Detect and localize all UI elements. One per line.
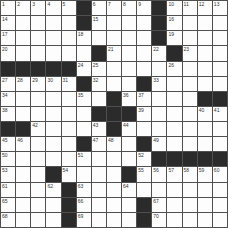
clue-number: 63: [78, 183, 84, 189]
cell-r12c15[interactable]: 60: [213, 167, 227, 181]
cell-r11c7[interactable]: [92, 152, 106, 166]
cell-r1c2[interactable]: 2: [16, 1, 30, 15]
cell-r9c13[interactable]: [183, 122, 197, 136]
cell-r15c11[interactable]: 70: [152, 213, 166, 227]
cell-r4c3[interactable]: [31, 46, 45, 60]
clue-number: 8: [123, 1, 126, 7]
cell-r5c15[interactable]: [213, 62, 227, 76]
clue-number: 21: [108, 46, 114, 52]
cell-r3c14[interactable]: [198, 31, 212, 45]
cell-r6c12[interactable]: [167, 77, 181, 91]
clue-number: 16: [168, 16, 174, 22]
clue-number: 2: [17, 1, 20, 7]
black-square-r9c1: [1, 122, 15, 136]
cell-r2c5[interactable]: [62, 16, 76, 30]
cell-r4c14[interactable]: [198, 46, 212, 60]
cell-r9c14[interactable]: [198, 122, 212, 136]
clue-number: 30: [47, 77, 53, 83]
cell-r4c15[interactable]: [213, 46, 227, 60]
cell-r13c10[interactable]: [137, 183, 151, 197]
cell-r9c5[interactable]: [62, 122, 76, 136]
black-square-r7c14: [198, 92, 212, 106]
black-square-r11c14: [198, 152, 212, 166]
cell-r8c10[interactable]: 39: [137, 107, 151, 121]
clue-number: 70: [153, 213, 159, 219]
cell-r15c7[interactable]: [92, 213, 106, 227]
cell-r13c14[interactable]: [198, 183, 212, 197]
cell-r15c9[interactable]: [122, 213, 136, 227]
cell-r12c1[interactable]: 53: [1, 167, 15, 181]
cell-r6c13[interactable]: [183, 77, 197, 91]
cell-r2c2[interactable]: [16, 16, 30, 30]
black-square-r14c5: [62, 198, 76, 212]
clue-number: 57: [168, 167, 174, 173]
cell-r11c8[interactable]: [107, 152, 121, 166]
cell-r5c13[interactable]: [183, 62, 197, 76]
cell-r13c15[interactable]: [213, 183, 227, 197]
cell-r3c7[interactable]: [92, 31, 106, 45]
cell-r1c3[interactable]: 3: [31, 1, 45, 15]
clue-number: 1: [2, 1, 5, 7]
cell-r3c10[interactable]: [137, 31, 151, 45]
black-square-r9c8: [107, 122, 121, 136]
cell-r14c9[interactable]: [122, 198, 136, 212]
clue-number: 49: [153, 137, 159, 143]
cell-r10c3[interactable]: [31, 137, 45, 151]
cell-r7c7[interactable]: [92, 92, 106, 106]
cell-r8c11[interactable]: [152, 107, 166, 121]
clue-number: 52: [138, 152, 144, 158]
cell-r10c13[interactable]: [183, 137, 197, 151]
clue-number: 46: [17, 137, 23, 143]
clue-number: 55: [138, 167, 144, 173]
cell-r9c4[interactable]: [46, 122, 60, 136]
cell-r10c4[interactable]: [46, 137, 60, 151]
black-square-r13c5: [62, 183, 76, 197]
black-square-r12c9: [122, 167, 136, 181]
cell-r10c7[interactable]: 47: [92, 137, 106, 151]
cell-r15c6[interactable]: 69: [77, 213, 91, 227]
black-square-r10c10: [137, 137, 151, 151]
cell-r10c8[interactable]: 48: [107, 137, 121, 151]
cell-r3c4[interactable]: [46, 31, 60, 45]
black-square-r1c6: [77, 1, 91, 15]
cell-r14c11[interactable]: 67: [152, 198, 166, 212]
cell-r7c9[interactable]: 36: [122, 92, 136, 106]
cell-r7c10[interactable]: 37: [137, 92, 151, 106]
clue-number: 15: [93, 16, 99, 22]
clue-number: 26: [168, 62, 174, 68]
cell-r3c5[interactable]: [62, 31, 76, 45]
clue-number: 4: [47, 1, 50, 7]
cell-r2c1[interactable]: 14: [1, 16, 15, 30]
cell-r7c1[interactable]: 34: [1, 92, 15, 106]
clue-number: 53: [2, 167, 8, 173]
cell-r14c1[interactable]: 65: [1, 198, 15, 212]
black-square-r9c2: [16, 122, 30, 136]
cell-r1c10[interactable]: 9: [137, 1, 151, 15]
cell-r3c9[interactable]: [122, 31, 136, 45]
cell-r9c10[interactable]: [137, 122, 151, 136]
cell-r6c7[interactable]: 32: [92, 77, 106, 91]
clue-number: 13: [214, 1, 220, 7]
cell-r9c7[interactable]: 43: [92, 122, 106, 136]
clue-number: 37: [138, 92, 144, 98]
cell-r15c3[interactable]: [31, 213, 45, 227]
cell-r11c6[interactable]: 51: [77, 152, 91, 166]
cell-r14c15[interactable]: [213, 198, 227, 212]
cell-r7c11[interactable]: [152, 92, 166, 106]
cell-r4c11[interactable]: 22: [152, 46, 166, 60]
cell-r14c4[interactable]: [46, 198, 60, 212]
clue-number: 6: [93, 1, 96, 7]
cell-r13c3[interactable]: [31, 183, 45, 197]
cell-r11c9[interactable]: [122, 152, 136, 166]
clue-number: 22: [153, 46, 159, 52]
cell-r3c15[interactable]: [213, 31, 227, 45]
black-square-r8c7: [92, 107, 106, 121]
cell-r8c12[interactable]: [167, 107, 181, 121]
cell-r13c4[interactable]: 62: [46, 183, 60, 197]
clue-number: 59: [199, 167, 205, 173]
cell-r13c13[interactable]: [183, 183, 197, 197]
black-square-r11c12: [167, 152, 181, 166]
cell-r10c15[interactable]: [213, 137, 227, 151]
clue-number: 28: [17, 77, 23, 83]
cell-r3c8[interactable]: [107, 31, 121, 45]
cell-r2c8[interactable]: [107, 16, 121, 30]
black-square-r15c10: [137, 213, 151, 227]
clue-number: 48: [108, 137, 114, 143]
clue-number: 23: [184, 46, 190, 52]
cell-r4c1[interactable]: 20: [1, 46, 15, 60]
cell-r7c2[interactable]: [16, 92, 30, 106]
clue-number: 69: [78, 213, 84, 219]
cell-r11c5[interactable]: [62, 152, 76, 166]
clue-number: 12: [199, 1, 205, 7]
cell-r10c14[interactable]: [198, 137, 212, 151]
cell-r2c9[interactable]: [122, 16, 136, 30]
black-square-r7c15: [213, 92, 227, 106]
clue-number: 62: [47, 183, 53, 189]
clue-number: 27: [2, 77, 8, 83]
cell-r5c9[interactable]: [122, 62, 136, 76]
cell-r8c1[interactable]: 38: [1, 107, 15, 121]
cell-r10c5[interactable]: [62, 137, 76, 151]
cell-r5c7[interactable]: 25: [92, 62, 106, 76]
cell-r9c12[interactable]: [167, 122, 181, 136]
cell-r7c13[interactable]: [183, 92, 197, 106]
clue-number: 61: [2, 183, 8, 189]
cell-r3c1[interactable]: 17: [1, 31, 15, 45]
clue-number: 18: [78, 31, 84, 37]
cell-r8c3[interactable]: [31, 107, 45, 121]
black-square-r4c12: [167, 46, 181, 60]
black-square-r2c11: [152, 16, 166, 30]
cell-r10c2[interactable]: 46: [16, 137, 30, 151]
cell-r7c4[interactable]: [46, 92, 60, 106]
cell-r12c8[interactable]: [107, 167, 121, 181]
cell-r6c4[interactable]: 30: [46, 77, 60, 91]
clue-number: 10: [168, 1, 174, 7]
clue-number: 66: [78, 198, 84, 204]
clue-number: 47: [93, 137, 99, 143]
cell-r15c15[interactable]: [213, 213, 227, 227]
cell-r15c12[interactable]: [167, 213, 181, 227]
cell-r6c5[interactable]: 31: [62, 77, 76, 91]
black-square-r5c1: [1, 62, 15, 76]
clue-number: 11: [184, 1, 189, 7]
cell-r3c13[interactable]: [183, 31, 197, 45]
cell-r12c3[interactable]: [31, 167, 45, 181]
cell-r10c12[interactable]: [167, 137, 181, 151]
clue-number: 17: [2, 31, 8, 37]
clue-number: 9: [138, 1, 141, 7]
black-square-r10c6: [77, 137, 91, 151]
cell-r8c15[interactable]: 41: [213, 107, 227, 121]
black-square-r11c11: [152, 152, 166, 166]
clue-number: 5: [63, 1, 66, 7]
cell-r9c3[interactable]: 42: [31, 122, 45, 136]
cell-r15c13[interactable]: [183, 213, 197, 227]
cell-r8c14[interactable]: 40: [198, 107, 212, 121]
cell-r6c11[interactable]: 33: [152, 77, 166, 91]
cell-r1c14[interactable]: 12: [198, 1, 212, 15]
cell-r13c9[interactable]: 64: [122, 183, 136, 197]
cell-r2c15[interactable]: [213, 16, 227, 30]
clue-number: 36: [123, 92, 129, 98]
cell-r13c1[interactable]: 61: [1, 183, 15, 197]
black-square-r6c10: [137, 77, 151, 91]
black-square-r3c11: [152, 31, 166, 45]
black-square-r6c6: [77, 77, 91, 91]
cell-r7c12[interactable]: [167, 92, 181, 106]
cell-r11c1[interactable]: 50: [1, 152, 15, 166]
cell-r1c4[interactable]: 4: [46, 1, 60, 15]
black-square-r11c13: [183, 152, 197, 166]
cell-r7c3[interactable]: [31, 92, 45, 106]
cell-r10c1[interactable]: 45: [1, 137, 15, 151]
cell-r8c4[interactable]: [46, 107, 60, 121]
cell-r6c3[interactable]: 29: [31, 77, 45, 91]
cell-r2c14[interactable]: [198, 16, 212, 30]
cell-r9c9[interactable]: 44: [122, 122, 136, 136]
black-square-r4c7: [92, 46, 106, 60]
cell-r8c6[interactable]: [77, 107, 91, 121]
cell-r3c6[interactable]: 18: [77, 31, 91, 45]
cell-r14c13[interactable]: [183, 198, 197, 212]
clue-number: 64: [123, 183, 129, 189]
black-square-r15c5: [62, 213, 76, 227]
clue-number: 25: [93, 62, 99, 68]
cell-r9c11[interactable]: [152, 122, 166, 136]
black-square-r12c4: [46, 167, 60, 181]
cell-r5c10[interactable]: [137, 62, 151, 76]
cell-r14c3[interactable]: [31, 198, 45, 212]
cell-r13c7[interactable]: [92, 183, 106, 197]
clue-number: 56: [153, 167, 159, 173]
cell-r14c2[interactable]: [16, 198, 30, 212]
cell-r15c4[interactable]: [46, 213, 60, 227]
cell-r14c6[interactable]: 66: [77, 198, 91, 212]
cell-r13c6[interactable]: 63: [77, 183, 91, 197]
cell-r4c8[interactable]: 21: [107, 46, 121, 60]
black-square-r8c9: [122, 107, 136, 121]
cell-r12c14[interactable]: 59: [198, 167, 212, 181]
cell-r8c13[interactable]: [183, 107, 197, 121]
cell-r6c8[interactable]: [107, 77, 121, 91]
clue-number: 43: [93, 122, 99, 128]
clue-number: 50: [2, 152, 8, 158]
cell-r4c9[interactable]: [122, 46, 136, 60]
cell-r10c9[interactable]: [122, 137, 136, 151]
cell-r6c9[interactable]: [122, 77, 136, 91]
cell-r4c13[interactable]: 23: [183, 46, 197, 60]
cell-r11c10[interactable]: 52: [137, 152, 151, 166]
cell-r4c4[interactable]: [46, 46, 60, 60]
cell-r1c9[interactable]: 8: [122, 1, 136, 15]
clue-number: 24: [78, 62, 84, 68]
cell-r11c4[interactable]: [46, 152, 60, 166]
cell-r2c4[interactable]: [46, 16, 60, 30]
cell-r3c2[interactable]: [16, 31, 30, 45]
cell-r7c5[interactable]: [62, 92, 76, 106]
cell-r14c14[interactable]: [198, 198, 212, 212]
black-square-r5c5: [62, 62, 76, 76]
cell-r8c2[interactable]: [16, 107, 30, 121]
cell-r15c8[interactable]: [107, 213, 121, 227]
cell-r5c11[interactable]: [152, 62, 166, 76]
black-square-r11c15: [213, 152, 227, 166]
black-square-r5c4: [46, 62, 60, 76]
cell-r14c7[interactable]: [92, 198, 106, 212]
cell-r2c3[interactable]: [31, 16, 45, 30]
clue-number: 38: [2, 107, 8, 113]
cell-r12c11[interactable]: 56: [152, 167, 166, 181]
cell-r9c6[interactable]: [77, 122, 91, 136]
cell-r2c13[interactable]: [183, 16, 197, 30]
cell-r6c2[interactable]: 28: [16, 77, 30, 91]
cell-r4c2[interactable]: [16, 46, 30, 60]
cell-r5c6[interactable]: 24: [77, 62, 91, 76]
cell-r15c1[interactable]: 68: [1, 213, 15, 227]
cell-r1c15[interactable]: 13: [213, 1, 227, 15]
clue-number: 31: [63, 77, 69, 83]
cell-r10c11[interactable]: 49: [152, 137, 166, 151]
cell-r6c14[interactable]: [198, 77, 212, 91]
cell-r4c6[interactable]: [77, 46, 91, 60]
cell-r4c10[interactable]: [137, 46, 151, 60]
clue-number: 44: [123, 122, 129, 128]
cell-r5c8[interactable]: [107, 62, 121, 76]
clue-number: 41: [214, 107, 220, 113]
cell-r13c11[interactable]: [152, 183, 166, 197]
black-square-r1c11: [152, 1, 166, 15]
cell-r6c15[interactable]: [213, 77, 227, 91]
cell-r8c5[interactable]: [62, 107, 76, 121]
clue-number: 39: [138, 107, 144, 113]
cell-r2c10[interactable]: [137, 16, 151, 30]
cell-r1c13[interactable]: 11: [183, 1, 197, 15]
clue-number: 34: [2, 92, 8, 98]
clue-number: 42: [32, 122, 38, 128]
clue-number: 7: [108, 1, 111, 7]
cell-r7c6[interactable]: 35: [77, 92, 91, 106]
cell-r1c12[interactable]: 10: [167, 1, 181, 15]
cell-r1c7[interactable]: 6: [92, 1, 106, 15]
cell-r12c7[interactable]: [92, 167, 106, 181]
cell-r3c12[interactable]: 19: [167, 31, 181, 45]
cell-r3c3[interactable]: [31, 31, 45, 45]
cell-r12c2[interactable]: [16, 167, 30, 181]
black-square-r8c8: [107, 107, 121, 121]
cell-r1c8[interactable]: 7: [107, 1, 121, 15]
clue-number: 54: [63, 167, 69, 173]
clue-number: 45: [2, 137, 8, 143]
clue-number: 58: [184, 167, 190, 173]
clue-number: 33: [153, 77, 159, 83]
black-square-r7c8: [107, 92, 121, 106]
cell-r1c1[interactable]: 1: [1, 1, 15, 15]
crossword-grid: 1234567891011121314151617181920212223242…: [0, 0, 228, 228]
cell-r13c8[interactable]: [107, 183, 121, 197]
clue-number: 35: [78, 92, 84, 98]
cell-r15c14[interactable]: [198, 213, 212, 227]
cell-r14c8[interactable]: [107, 198, 121, 212]
cell-r12c13[interactable]: 58: [183, 167, 197, 181]
clue-number: 32: [93, 77, 99, 83]
clue-number: 19: [168, 31, 174, 37]
black-square-r2c6: [77, 16, 91, 30]
cell-r14c12[interactable]: [167, 198, 181, 212]
cell-r5c14[interactable]: [198, 62, 212, 76]
clue-number: 67: [153, 198, 159, 204]
cell-r13c2[interactable]: [16, 183, 30, 197]
cell-r9c15[interactable]: [213, 122, 227, 136]
clue-number: 65: [2, 198, 8, 204]
cell-r1c5[interactable]: 5: [62, 1, 76, 15]
cell-r11c2[interactable]: [16, 152, 30, 166]
cell-r2c12[interactable]: 16: [167, 16, 181, 30]
black-square-r5c2: [16, 62, 30, 76]
clue-number: 20: [2, 46, 8, 52]
clue-number: 51: [78, 152, 84, 158]
black-square-r5c3: [31, 62, 45, 76]
black-square-r14c10: [137, 198, 151, 212]
clue-number: 14: [2, 16, 8, 22]
clue-number: 3: [32, 1, 35, 7]
cell-r11c3[interactable]: [31, 152, 45, 166]
cell-r6c1[interactable]: 27: [1, 77, 15, 91]
cell-r2c7[interactable]: 15: [92, 16, 106, 30]
cell-r13c12[interactable]: [167, 183, 181, 197]
cell-r12c10[interactable]: 55: [137, 167, 151, 181]
cell-r15c2[interactable]: [16, 213, 30, 227]
clue-number: 60: [214, 167, 220, 173]
clue-number: 29: [32, 77, 38, 83]
cell-r4c5[interactable]: [62, 46, 76, 60]
cell-r12c12[interactable]: 57: [167, 167, 181, 181]
clue-number: 40: [199, 107, 205, 113]
clue-number: 68: [2, 213, 8, 219]
cell-r5c12[interactable]: 26: [167, 62, 181, 76]
cell-r12c6[interactable]: [77, 167, 91, 181]
cell-r12c5[interactable]: 54: [62, 167, 76, 181]
